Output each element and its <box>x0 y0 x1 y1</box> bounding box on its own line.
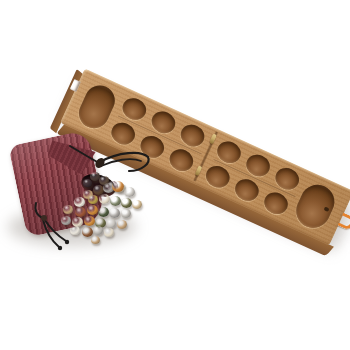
stone-16[interactable] <box>132 200 142 209</box>
stone-8[interactable] <box>112 181 124 192</box>
stone-14[interactable] <box>110 196 121 206</box>
stone-25[interactable] <box>84 216 95 226</box>
stones-layer <box>0 0 350 350</box>
stone-9[interactable] <box>124 187 135 197</box>
stone-20[interactable] <box>98 207 109 217</box>
stone-19[interactable] <box>87 205 98 215</box>
stone-33[interactable] <box>91 236 100 244</box>
stone-23[interactable] <box>61 216 71 225</box>
stone-15[interactable] <box>121 198 132 208</box>
stone-27[interactable] <box>106 219 116 228</box>
stone-13[interactable] <box>99 194 110 204</box>
stone-30[interactable] <box>82 227 93 237</box>
stone-12[interactable] <box>88 195 98 204</box>
stone-18[interactable] <box>75 207 86 217</box>
stone-28[interactable] <box>117 220 127 229</box>
stone-32[interactable] <box>104 228 114 237</box>
stone-11[interactable] <box>74 197 85 207</box>
stone-6[interactable] <box>93 185 104 195</box>
stone-22[interactable] <box>121 209 131 218</box>
stone-29[interactable] <box>70 226 80 235</box>
product-photo-scene <box>0 0 350 350</box>
stone-3[interactable] <box>83 179 92 187</box>
stone-31[interactable] <box>93 226 103 235</box>
stone-17[interactable] <box>63 205 73 214</box>
stone-21[interactable] <box>109 208 120 218</box>
